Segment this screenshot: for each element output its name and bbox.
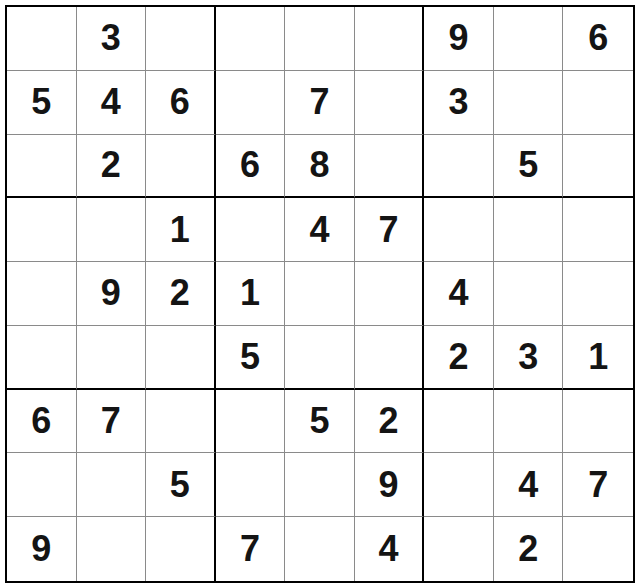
cell-r7c1[interactable]: 6 <box>7 390 77 454</box>
cell-r5c9[interactable] <box>563 262 633 326</box>
given-digit: 9 <box>379 467 399 503</box>
cell-r1c6[interactable] <box>355 7 425 71</box>
given-digit: 6 <box>31 403 51 439</box>
cell-r8c5[interactable] <box>285 453 355 517</box>
cell-r8c3[interactable]: 5 <box>146 453 216 517</box>
cell-r9c2[interactable] <box>77 517 147 581</box>
cell-r6c1[interactable] <box>7 326 77 390</box>
cell-r5c4[interactable]: 1 <box>216 262 286 326</box>
given-digit: 6 <box>240 147 260 183</box>
cell-r1c1[interactable] <box>7 7 77 71</box>
cell-r2c4[interactable] <box>216 71 286 135</box>
cell-r6c4[interactable]: 5 <box>216 326 286 390</box>
cell-r8c4[interactable] <box>216 453 286 517</box>
cell-r4c7[interactable] <box>424 198 494 262</box>
cell-r2c9[interactable] <box>563 71 633 135</box>
cell-r3c8[interactable]: 5 <box>494 135 564 199</box>
cell-r8c7[interactable] <box>424 453 494 517</box>
given-digit: 5 <box>240 339 260 375</box>
given-digit: 9 <box>101 275 121 311</box>
cell-r5c7[interactable]: 4 <box>424 262 494 326</box>
cell-r3c1[interactable] <box>7 135 77 199</box>
cell-r3c6[interactable] <box>355 135 425 199</box>
cell-r4c3[interactable]: 1 <box>146 198 216 262</box>
cell-r8c1[interactable] <box>7 453 77 517</box>
given-digit: 3 <box>518 339 538 375</box>
cell-r5c1[interactable] <box>7 262 77 326</box>
cell-r8c6[interactable]: 9 <box>355 453 425 517</box>
given-digit: 5 <box>31 84 51 120</box>
sudoku-board: 39654673268514792145231675259479742 <box>5 5 635 583</box>
cell-r9c9[interactable] <box>563 517 633 581</box>
given-digit: 1 <box>588 339 608 375</box>
cell-r5c5[interactable] <box>285 262 355 326</box>
cell-r5c3[interactable]: 2 <box>146 262 216 326</box>
given-digit: 5 <box>170 467 190 503</box>
cell-r4c8[interactable] <box>494 198 564 262</box>
cell-r3c5[interactable]: 8 <box>285 135 355 199</box>
given-digit: 7 <box>240 531 260 567</box>
cell-r2c5[interactable]: 7 <box>285 71 355 135</box>
cell-r8c8[interactable]: 4 <box>494 453 564 517</box>
given-digit: 3 <box>449 84 469 120</box>
cell-r1c9[interactable]: 6 <box>563 7 633 71</box>
cell-r4c4[interactable] <box>216 198 286 262</box>
cell-r7c4[interactable] <box>216 390 286 454</box>
given-digit: 1 <box>170 212 190 248</box>
given-digit: 4 <box>309 212 329 248</box>
cell-r1c3[interactable] <box>146 7 216 71</box>
cell-r7c5[interactable]: 5 <box>285 390 355 454</box>
given-digit: 6 <box>170 84 190 120</box>
cell-r6c7[interactable]: 2 <box>424 326 494 390</box>
given-digit: 2 <box>170 275 190 311</box>
given-digit: 6 <box>588 20 608 56</box>
cell-r7c8[interactable] <box>494 390 564 454</box>
cell-r9c8[interactable]: 2 <box>494 517 564 581</box>
given-digit: 2 <box>449 339 469 375</box>
given-digit: 9 <box>449 20 469 56</box>
cell-r7c2[interactable]: 7 <box>77 390 147 454</box>
given-digit: 7 <box>309 84 329 120</box>
given-digit: 5 <box>518 147 538 183</box>
cell-r9c3[interactable] <box>146 517 216 581</box>
given-digit: 2 <box>101 147 121 183</box>
cell-r5c6[interactable] <box>355 262 425 326</box>
given-digit: 2 <box>379 403 399 439</box>
given-digit: 7 <box>101 403 121 439</box>
cell-r1c5[interactable] <box>285 7 355 71</box>
cell-r2c8[interactable] <box>494 71 564 135</box>
cell-r6c3[interactable] <box>146 326 216 390</box>
cell-r6c2[interactable] <box>77 326 147 390</box>
cell-r4c6[interactable]: 7 <box>355 198 425 262</box>
cell-r7c9[interactable] <box>563 390 633 454</box>
cell-r3c7[interactable] <box>424 135 494 199</box>
cell-r8c9[interactable]: 7 <box>563 453 633 517</box>
given-digit: 3 <box>101 20 121 56</box>
cell-r1c7[interactable]: 9 <box>424 7 494 71</box>
cell-r9c1[interactable]: 9 <box>7 517 77 581</box>
cell-r6c5[interactable] <box>285 326 355 390</box>
given-digit: 4 <box>101 84 121 120</box>
cell-r9c5[interactable] <box>285 517 355 581</box>
cell-r4c1[interactable] <box>7 198 77 262</box>
given-digit: 2 <box>518 531 538 567</box>
cell-r8c2[interactable] <box>77 453 147 517</box>
cell-r1c2[interactable]: 3 <box>77 7 147 71</box>
cell-r9c6[interactable]: 4 <box>355 517 425 581</box>
cell-r9c4[interactable]: 7 <box>216 517 286 581</box>
given-digit: 4 <box>379 531 399 567</box>
cell-r9c7[interactable] <box>424 517 494 581</box>
given-digit: 1 <box>240 275 260 311</box>
cell-r5c2[interactable]: 9 <box>77 262 147 326</box>
cell-r6c6[interactable] <box>355 326 425 390</box>
given-digit: 5 <box>309 403 329 439</box>
cell-r3c2[interactable]: 2 <box>77 135 147 199</box>
cell-r2c6[interactable] <box>355 71 425 135</box>
given-digit: 9 <box>31 531 51 567</box>
given-digit: 8 <box>309 147 329 183</box>
cell-r5c8[interactable] <box>494 262 564 326</box>
cell-r2c7[interactable]: 3 <box>424 71 494 135</box>
cell-r3c4[interactable]: 6 <box>216 135 286 199</box>
cell-r7c3[interactable] <box>146 390 216 454</box>
cell-r6c9[interactable]: 1 <box>563 326 633 390</box>
cell-r4c5[interactable]: 4 <box>285 198 355 262</box>
given-digit: 4 <box>518 467 538 503</box>
cell-r7c7[interactable] <box>424 390 494 454</box>
cell-r2c2[interactable]: 4 <box>77 71 147 135</box>
cell-r2c3[interactable]: 6 <box>146 71 216 135</box>
cell-r3c9[interactable] <box>563 135 633 199</box>
cell-r3c3[interactable] <box>146 135 216 199</box>
cell-r6c8[interactable]: 3 <box>494 326 564 390</box>
cell-r1c4[interactable] <box>216 7 286 71</box>
cell-r2c1[interactable]: 5 <box>7 71 77 135</box>
cell-r1c8[interactable] <box>494 7 564 71</box>
given-digit: 7 <box>588 467 608 503</box>
cell-r7c6[interactable]: 2 <box>355 390 425 454</box>
cell-r4c9[interactable] <box>563 198 633 262</box>
cell-r4c2[interactable] <box>77 198 147 262</box>
given-digit: 7 <box>379 212 399 248</box>
given-digit: 4 <box>449 275 469 311</box>
